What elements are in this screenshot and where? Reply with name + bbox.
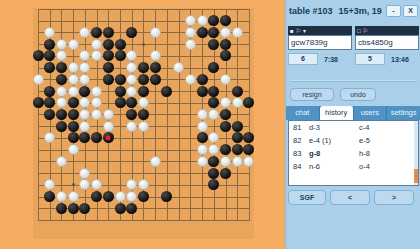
white-stone [68,86,79,97]
go-board[interactable] [33,8,254,239]
black-stone [103,39,114,50]
black-stone [138,86,149,97]
hoshi-point [142,43,145,46]
move-history-row: 84 n-6 o-4 [289,160,418,173]
black-captures-count: 6 [288,53,318,65]
move-number: 83 [289,147,305,160]
black-move: n-6 [305,160,357,173]
black-stone [243,144,254,155]
white-stone [185,39,196,50]
black-stone [150,62,161,73]
black-stone [44,39,55,50]
move-history-panel: 81 d-3 c-4 82 e-4 (1) e-5 83 g-8 h-8 84 … [288,120,419,186]
black-stone [232,121,243,132]
white-stone [150,156,161,167]
black-stone [79,86,90,97]
white-stone [232,156,243,167]
black-stone [138,109,149,120]
move-history-row: 83 g-8 h-8 [289,147,418,160]
black-stone [220,121,231,132]
game-settings-label: 15+3m, 19 [339,6,382,16]
tab-chat[interactable]: chat [286,106,320,120]
black-stone [150,74,161,85]
black-stone [138,191,149,202]
next-move-button[interactable]: > [374,190,414,205]
black-move-current: g-8 [305,147,357,160]
black-stone [161,86,172,97]
white-move: e-5 [357,134,418,147]
white-player-name: cbs4850g [355,35,419,50]
black-stone [243,132,254,143]
black-stone [103,27,114,38]
white-stone [91,109,102,120]
black-stone [208,39,219,50]
white-stone [243,156,254,167]
tab-history[interactable]: history [320,106,354,120]
black-stone [103,191,114,202]
black-stone [56,203,67,214]
white-stone [68,74,79,85]
white-stone [232,97,243,108]
black-stone [56,62,67,73]
white-stone [126,121,137,132]
white-stone [232,27,243,38]
black-clock: 7:38 [324,56,338,63]
tab-users[interactable]: users [354,106,388,120]
resign-button[interactable]: resign [290,88,334,101]
black-stone [197,27,208,38]
flag-icon: ⚐ [296,28,301,34]
black-stone [232,144,243,155]
game-sidebar: table #103 15+3m, 19 - X ■ ⚐ ▾ gcw7839g … [285,0,420,249]
move-history-row: 82 e-4 (1) e-5 [289,134,418,147]
white-stone [79,168,90,179]
black-player-header[interactable]: ■ ⚐ ▾ [288,26,352,35]
white-stone [197,121,208,132]
black-stone [44,86,55,97]
white-stone [185,15,196,26]
white-stone [197,144,208,155]
divider [290,80,417,82]
black-player-name: gcw7839g [288,35,352,50]
white-stone [150,27,161,38]
white-stone-icon: □ [357,28,361,34]
white-stone [56,39,67,50]
black-stone [115,97,126,108]
white-stone [68,191,79,202]
white-stone [115,191,126,202]
sidebar-tabs: chat history users settings [286,106,420,120]
white-player-panel: □ ⚐ cbs4850g 5 13:46 [355,26,419,65]
black-stone [56,74,67,85]
white-stone [56,191,67,202]
white-stone [56,86,67,97]
black-stone [68,109,79,120]
black-move: e-4 (1) [305,134,357,147]
black-stone [197,74,208,85]
white-stone [91,86,102,97]
black-stone [208,86,219,97]
black-move: d-3 [305,121,357,134]
black-stone [220,39,231,50]
white-stone [197,15,208,26]
black-stone [33,97,44,108]
move-number: 82 [289,134,305,147]
black-stone [68,97,79,108]
white-stone [103,109,114,120]
minimize-button[interactable]: - [386,5,401,17]
history-scrollbar[interactable] [414,121,418,185]
black-stone [115,74,126,85]
flag-icon: ⚐ [363,28,368,34]
undo-button[interactable]: undo [340,88,376,101]
black-stone [91,27,102,38]
black-stone [243,97,254,108]
black-player-panel: ■ ⚐ ▾ gcw7839g 6 7:38 [288,26,352,65]
black-stone [126,203,137,214]
black-stone [115,203,126,214]
black-stone [33,50,44,61]
black-stone [56,109,67,120]
white-captures-count: 5 [355,53,385,65]
white-stone [68,62,79,73]
black-stone [68,121,79,132]
white-stone [126,74,137,85]
white-stone [220,74,231,85]
tab-settings[interactable]: settings [387,106,420,120]
black-stone [103,74,114,85]
white-stone [126,86,137,97]
black-stone [220,109,231,120]
titlebar[interactable]: table #103 15+3m, 19 - X [286,0,420,22]
white-stone [33,74,44,85]
prev-move-button[interactable]: < [330,190,370,205]
black-stone [56,121,67,132]
white-stone [185,74,196,85]
white-move: h-8 [357,147,418,160]
black-stone [68,203,79,214]
white-stone [185,27,196,38]
black-stone [103,62,114,73]
black-stone [232,86,243,97]
white-stone [56,156,67,167]
black-stone [138,74,149,85]
black-stone [138,62,149,73]
table-title: table #103 [289,6,333,16]
white-stone [197,109,208,120]
white-move: o-4 [357,160,418,173]
black-stone [208,168,219,179]
white-stone [68,144,79,155]
last-move-marker [106,136,110,140]
white-stone [68,39,79,50]
move-number: 84 [289,160,305,173]
white-move: c-4 [357,121,418,134]
white-stone [138,121,149,132]
black-stone [197,132,208,143]
white-stone [220,27,231,38]
move-history-row: 81 d-3 c-4 [289,121,418,134]
white-stone [103,121,114,132]
white-stone [220,156,231,167]
black-stone [115,86,126,97]
black-stone [220,168,231,179]
white-stone [197,156,208,167]
black-stone [115,50,126,61]
black-stone [197,86,208,97]
white-stone [91,39,102,50]
white-player-header[interactable]: □ ⚐ [355,26,419,35]
sgf-button[interactable]: SGF [288,190,326,205]
black-stone-icon: ■ [290,28,294,34]
close-button[interactable]: X [403,5,418,17]
black-stone [115,39,126,50]
white-clock: 13:46 [391,56,409,63]
move-number: 81 [289,121,305,134]
chevron-down-icon[interactable]: ▾ [303,28,306,34]
history-scrollbar-thumb[interactable] [414,169,418,183]
